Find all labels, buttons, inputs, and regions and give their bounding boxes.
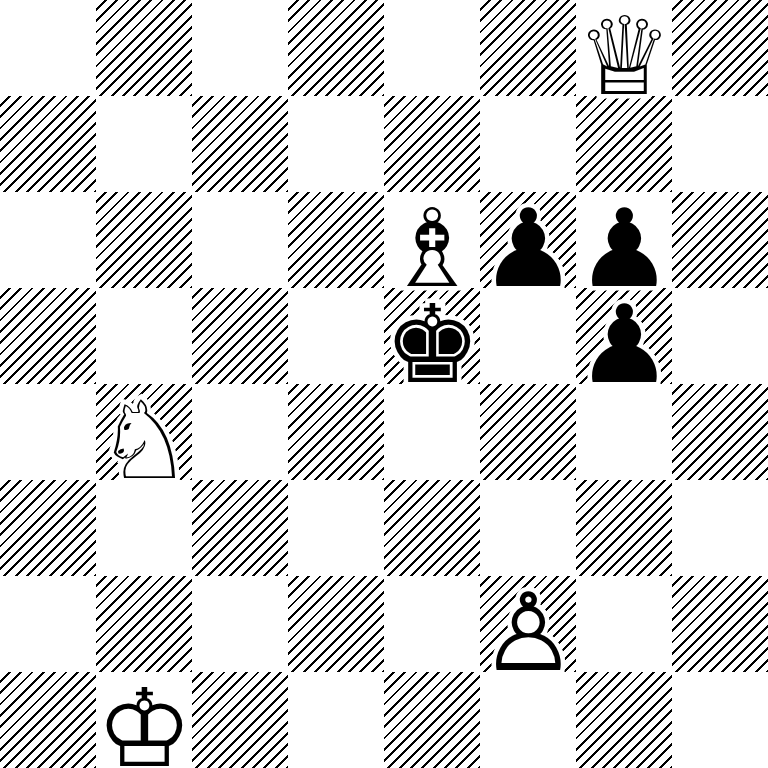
piece-glyph: ♚	[384, 291, 481, 399]
piece-white-knight[interactable]: ♞♘	[96, 384, 192, 480]
square-h1[interactable]	[672, 672, 768, 768]
square-d4[interactable]	[288, 384, 384, 480]
square-e7[interactable]	[384, 96, 480, 192]
square-f6[interactable]: ♟♟	[480, 192, 576, 288]
square-h3[interactable]	[672, 480, 768, 576]
square-c3[interactable]	[192, 480, 288, 576]
square-c4[interactable]	[192, 384, 288, 480]
square-b1[interactable]: ♚♔	[96, 672, 192, 768]
square-c5[interactable]	[192, 288, 288, 384]
piece-glyph: ♟	[576, 291, 673, 399]
square-c8[interactable]	[192, 0, 288, 96]
square-b5[interactable]	[96, 288, 192, 384]
square-a2[interactable]	[0, 576, 96, 672]
piece-white-king[interactable]: ♚♔	[96, 672, 192, 768]
square-d3[interactable]	[288, 480, 384, 576]
piece-black-pawn[interactable]: ♟♟	[576, 288, 672, 384]
piece-white-bishop[interactable]: ♝♗	[384, 192, 480, 288]
chess-board: ♛♕♝♗♟♟♟♟♚♚♟♟♞♘♟♙♚♔	[0, 0, 768, 768]
square-h8[interactable]	[672, 0, 768, 96]
square-c1[interactable]	[192, 672, 288, 768]
square-b2[interactable]	[96, 576, 192, 672]
piece-white-pawn[interactable]: ♟♙	[480, 576, 576, 672]
square-g1[interactable]	[576, 672, 672, 768]
square-d8[interactable]	[288, 0, 384, 96]
piece-black-pawn[interactable]: ♟♟	[480, 192, 576, 288]
piece-black-pawn[interactable]: ♟♟	[576, 192, 672, 288]
piece-glyph: ♟	[480, 195, 577, 303]
square-b4[interactable]: ♞♘	[96, 384, 192, 480]
square-d2[interactable]	[288, 576, 384, 672]
square-e5[interactable]: ♚♚	[384, 288, 480, 384]
square-e2[interactable]	[384, 576, 480, 672]
square-a7[interactable]	[0, 96, 96, 192]
square-f2[interactable]: ♟♙	[480, 576, 576, 672]
square-h4[interactable]	[672, 384, 768, 480]
square-d7[interactable]	[288, 96, 384, 192]
square-e1[interactable]	[384, 672, 480, 768]
square-g3[interactable]	[576, 480, 672, 576]
square-a4[interactable]	[0, 384, 96, 480]
square-f3[interactable]	[480, 480, 576, 576]
piece-glyph: ♘	[96, 387, 193, 495]
square-g2[interactable]	[576, 576, 672, 672]
square-d5[interactable]	[288, 288, 384, 384]
square-a5[interactable]	[0, 288, 96, 384]
square-c6[interactable]	[192, 192, 288, 288]
square-e3[interactable]	[384, 480, 480, 576]
piece-glyph: ♔	[96, 675, 193, 768]
square-g5[interactable]: ♟♟	[576, 288, 672, 384]
square-b8[interactable]	[96, 0, 192, 96]
square-h6[interactable]	[672, 192, 768, 288]
square-f7[interactable]	[480, 96, 576, 192]
square-a8[interactable]	[0, 0, 96, 96]
square-h5[interactable]	[672, 288, 768, 384]
square-g6[interactable]: ♟♟	[576, 192, 672, 288]
square-a6[interactable]	[0, 192, 96, 288]
square-f4[interactable]	[480, 384, 576, 480]
square-e8[interactable]	[384, 0, 480, 96]
square-b7[interactable]	[96, 96, 192, 192]
square-a1[interactable]	[0, 672, 96, 768]
square-c7[interactable]	[192, 96, 288, 192]
square-c2[interactable]	[192, 576, 288, 672]
square-g8[interactable]: ♛♕	[576, 0, 672, 96]
square-h7[interactable]	[672, 96, 768, 192]
square-f8[interactable]	[480, 0, 576, 96]
square-e6[interactable]: ♝♗	[384, 192, 480, 288]
square-b6[interactable]	[96, 192, 192, 288]
square-d1[interactable]	[288, 672, 384, 768]
piece-glyph: ♙	[480, 579, 577, 687]
square-h2[interactable]	[672, 576, 768, 672]
square-d6[interactable]	[288, 192, 384, 288]
piece-glyph: ♕	[576, 3, 673, 111]
square-a3[interactable]	[0, 480, 96, 576]
piece-white-queen[interactable]: ♛♕	[576, 0, 672, 96]
piece-black-king[interactable]: ♚♚	[384, 288, 480, 384]
